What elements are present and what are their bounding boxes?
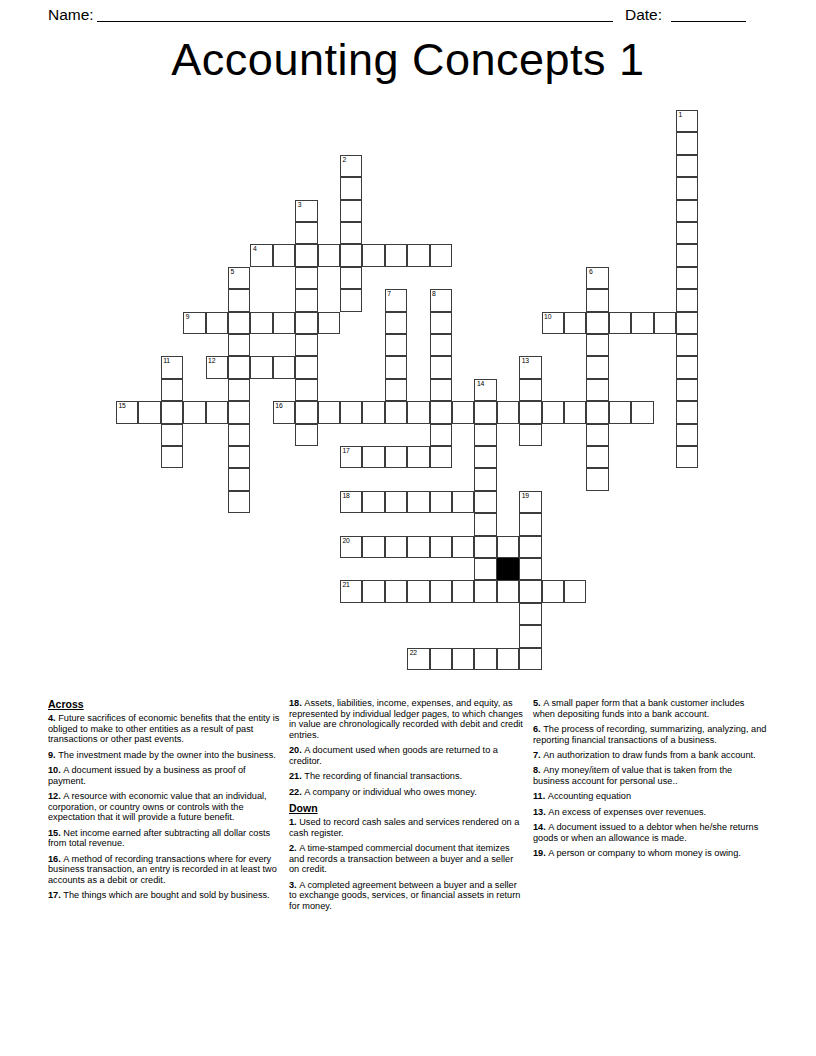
grid-cell[interactable] [586, 446, 608, 468]
clue: 19. A person or company to whom money is… [533, 848, 767, 859]
grid-cell[interactable]: 6 [586, 267, 608, 289]
crossword-grid: 12345678910111213141516171819202122 [116, 110, 699, 670]
clue-text: A document used when goods are returned … [289, 745, 498, 766]
grid-cell[interactable] [362, 491, 384, 513]
grid-cell[interactable] [340, 289, 362, 311]
grid-cell[interactable] [430, 379, 452, 401]
grid-cell[interactable] [676, 244, 698, 266]
grid-cell[interactable] [564, 580, 586, 602]
clue-text: Used to record cash sales and services r… [289, 817, 519, 838]
grid-cell[interactable] [519, 625, 541, 647]
grid-cell[interactable] [430, 401, 452, 423]
grid-cell[interactable] [474, 468, 496, 490]
grid-cell[interactable] [676, 132, 698, 154]
grid-cell[interactable] [676, 334, 698, 356]
clue-column-1: Across4. Future sacrifices of economic b… [48, 698, 282, 906]
grid-cell[interactable] [430, 491, 452, 513]
grid-cell[interactable] [676, 356, 698, 378]
grid-cell[interactable] [385, 379, 407, 401]
grid-cell[interactable] [676, 177, 698, 199]
clue: 14. A document issued to a debtor when h… [533, 822, 767, 843]
clue-number: 1. [289, 817, 299, 827]
grid-cell[interactable] [340, 401, 362, 423]
grid-cell[interactable]: 9 [183, 312, 205, 334]
clue-text: A resource with economic value that an i… [48, 791, 267, 822]
grid-cell[interactable] [430, 244, 452, 266]
grid-cell[interactable] [452, 648, 474, 670]
grid-cell[interactable] [519, 603, 541, 625]
clue-number: 2. [289, 843, 299, 853]
grid-cell[interactable]: 16 [273, 401, 295, 423]
grid-cell[interactable] [676, 401, 698, 423]
date-fill-in-line [671, 21, 746, 22]
grid-cell[interactable]: 18 [340, 491, 362, 513]
clue-text: A person or company to whom money is owi… [548, 848, 741, 858]
grid-cell[interactable] [430, 356, 452, 378]
grid-cell[interactable] [519, 648, 541, 670]
clue-number: 4. [48, 713, 58, 723]
grid-cell[interactable] [474, 558, 496, 580]
cell-number: 2 [343, 156, 347, 164]
clue: 22. A company or individual who owes mon… [289, 787, 523, 798]
grid-cell[interactable] [586, 424, 608, 446]
clue-column-2: 18. Assets, liabilities, income, expense… [289, 698, 523, 916]
clue-number: 11. [533, 791, 548, 801]
clue-text: Assets, liabilities, income, expenses, a… [289, 698, 523, 740]
grid-cell[interactable]: 12 [206, 356, 228, 378]
cell-number: 7 [387, 290, 391, 298]
grid-cell[interactable] [385, 446, 407, 468]
grid-cell[interactable] [340, 244, 362, 266]
clue-text: A method of recording transactions where… [48, 854, 277, 885]
clue: 15. Net income earned after subtracting … [48, 828, 282, 849]
grid-cell[interactable] [407, 401, 429, 423]
grid-cell[interactable] [295, 379, 317, 401]
grid-cell[interactable] [452, 491, 474, 513]
grid-cell[interactable] [161, 446, 183, 468]
grid-cell[interactable] [295, 289, 317, 311]
grid-cell[interactable] [609, 312, 631, 334]
clue: 12. A resource with economic value that … [48, 791, 282, 823]
grid-cell[interactable] [676, 289, 698, 311]
grid-cell[interactable] [586, 289, 608, 311]
grid-cell[interactable] [519, 580, 541, 602]
grid-cell[interactable] [452, 580, 474, 602]
clue: 13. An excess of expenses over revenues. [533, 807, 767, 818]
grid-cell[interactable] [407, 446, 429, 468]
grid-cell[interactable] [676, 267, 698, 289]
grid-cell[interactable]: 1 [676, 110, 698, 132]
grid-cell[interactable] [586, 312, 608, 334]
grid-cell[interactable] [385, 536, 407, 558]
grid-cell[interactable] [452, 536, 474, 558]
grid-cell[interactable] [138, 401, 160, 423]
grid-cell[interactable]: 7 [385, 289, 407, 311]
grid-cell[interactable] [519, 513, 541, 535]
grid-cell[interactable] [407, 244, 429, 266]
cell-number: 1 [679, 111, 683, 119]
grid-cell[interactable] [497, 536, 519, 558]
grid-cell[interactable] [676, 446, 698, 468]
grid-cell[interactable] [295, 424, 317, 446]
grid-cell[interactable] [183, 401, 205, 423]
grid-cell[interactable] [295, 334, 317, 356]
cell-number: 18 [343, 492, 350, 500]
cell-number: 15 [119, 402, 126, 410]
clue-number: 17. [48, 890, 63, 900]
grid-cell[interactable] [676, 312, 698, 334]
grid-cell[interactable] [474, 424, 496, 446]
grid-cell[interactable] [497, 401, 519, 423]
grid-cell[interactable] [564, 401, 586, 423]
clue-text: Future sacrifices of economic benefits t… [48, 713, 279, 744]
clue: 11. Accounting equation [533, 791, 767, 802]
grid-cell[interactable] [340, 222, 362, 244]
clue-number: 21. [289, 771, 304, 781]
grid-cell[interactable] [474, 648, 496, 670]
clue-text: Accounting equation [548, 791, 631, 801]
clue-column-3: 5. A small paper form that a bank custom… [533, 698, 767, 863]
clue-number: 5. [533, 698, 543, 708]
cell-number: 3 [298, 201, 302, 209]
grid-cell[interactable] [542, 401, 564, 423]
grid-cell[interactable] [385, 580, 407, 602]
grid-cell[interactable] [474, 580, 496, 602]
clue: 17. The things which are bought and sold… [48, 890, 282, 901]
grid-cell[interactable] [586, 334, 608, 356]
grid-cell[interactable]: 15 [116, 401, 138, 423]
grid-cell[interactable] [295, 401, 317, 423]
clue-text: A document issued to a debtor when he/sh… [533, 822, 758, 843]
grid-cell[interactable] [228, 424, 250, 446]
grid-cell[interactable] [407, 491, 429, 513]
clue: 10. A document issued by a business as p… [48, 765, 282, 786]
grid-cell[interactable] [519, 536, 541, 558]
grid-cell[interactable] [295, 222, 317, 244]
clue: 4. Future sacrifices of economic benefit… [48, 713, 282, 745]
clue-text: An excess of expenses over revenues. [548, 807, 706, 817]
grid-cell[interactable] [586, 468, 608, 490]
grid-cell[interactable] [430, 424, 452, 446]
clue: 18. Assets, liabilities, income, expense… [289, 698, 523, 741]
grid-cell[interactable] [586, 379, 608, 401]
grid-cell[interactable] [631, 401, 653, 423]
clue: 6. The process of recording, summarizing… [533, 724, 767, 745]
clue-text: The things which are bought and sold by … [63, 890, 269, 900]
cell-number: 12 [208, 357, 215, 365]
clue: 21. The recording of financial transacti… [289, 771, 523, 782]
clue-number: 3. [289, 880, 299, 890]
clue-number: 12. [48, 791, 63, 801]
grid-cell[interactable] [631, 312, 653, 334]
grid-cell[interactable] [385, 244, 407, 266]
clue-number: 19. [533, 848, 548, 858]
clue-text: A completed agreement between a buyer an… [289, 880, 520, 911]
grid-cell[interactable] [250, 356, 272, 378]
clue-number: 7. [533, 750, 543, 760]
grid-cell[interactable] [519, 424, 541, 446]
clue: 1. Used to record cash sales and service… [289, 817, 523, 838]
grid-cell[interactable] [228, 289, 250, 311]
clue-text: Net income earned after subtracting all … [48, 828, 270, 849]
grid-cell[interactable]: 21 [340, 580, 362, 602]
cell-number: 8 [432, 290, 436, 298]
grid-cell[interactable] [318, 312, 340, 334]
grid-cell[interactable] [318, 401, 340, 423]
grid-cell[interactable] [519, 558, 541, 580]
cell-number: 16 [275, 402, 282, 410]
grid-cell[interactable] [586, 356, 608, 378]
grid-cell[interactable] [385, 356, 407, 378]
cell-number: 17 [343, 447, 350, 455]
across-heading: Across [48, 698, 282, 710]
cell-number: 13 [522, 357, 529, 365]
grid-cell[interactable]: 4 [250, 244, 272, 266]
grid-cell[interactable]: 2 [340, 155, 362, 177]
grid-cell[interactable] [385, 312, 407, 334]
grid-cell[interactable] [273, 356, 295, 378]
grid-cell[interactable]: 14 [474, 379, 496, 401]
clue-text: A company or individual who owes money. [304, 787, 476, 797]
date-label: Date: [625, 6, 662, 24]
grid-cell[interactable] [340, 200, 362, 222]
clue: 20. A document used when goods are retur… [289, 745, 523, 766]
name-label: Name: [48, 6, 94, 24]
clue: 9. The investment made by the owner into… [48, 750, 282, 761]
grid-cell[interactable] [228, 468, 250, 490]
grid-cell[interactable] [340, 177, 362, 199]
grid-cell[interactable] [385, 334, 407, 356]
grid-cell[interactable] [676, 155, 698, 177]
grid-cell[interactable]: 22 [407, 648, 429, 670]
clue-number: 18. [289, 698, 304, 708]
name-fill-in-line [97, 21, 613, 22]
grid-cell[interactable] [430, 648, 452, 670]
clue-text: The process of recording, summarizing, a… [533, 724, 766, 745]
grid-cell[interactable] [609, 401, 631, 423]
grid-cell[interactable] [385, 491, 407, 513]
grid-cell[interactable] [497, 648, 519, 670]
clue-text: A document issued by a business as proof… [48, 765, 246, 786]
grid-cell[interactable]: 8 [430, 289, 452, 311]
grid-cell[interactable] [474, 513, 496, 535]
clue-number: 20. [289, 745, 304, 755]
grid-cell[interactable] [228, 401, 250, 423]
grid-cell[interactable]: 17 [340, 446, 362, 468]
grid-cell[interactable] [430, 580, 452, 602]
grid-cell[interactable] [295, 356, 317, 378]
grid-cell[interactable] [340, 267, 362, 289]
grid-cell[interactable]: 20 [340, 536, 362, 558]
grid-cell[interactable] [206, 401, 228, 423]
grid-cell[interactable]: 3 [295, 200, 317, 222]
cell-number: 6 [589, 268, 593, 276]
grid-cell[interactable] [362, 401, 384, 423]
grid-cell[interactable]: 10 [542, 312, 564, 334]
grid-cell[interactable] [228, 312, 250, 334]
clue: 2. A time-stamped commercial document th… [289, 843, 523, 875]
grid-cell[interactable] [318, 244, 340, 266]
grid-cell[interactable] [519, 401, 541, 423]
grid-cell[interactable] [385, 401, 407, 423]
grid-cell[interactable] [407, 536, 429, 558]
cell-number: 5 [231, 268, 235, 276]
clue: 16. A method of recording transactions w… [48, 854, 282, 886]
grid-cell[interactable] [228, 491, 250, 513]
grid-cell[interactable] [430, 446, 452, 468]
grid-cell[interactable] [362, 580, 384, 602]
grid-cell[interactable]: 13 [519, 356, 541, 378]
grid-cell[interactable] [228, 446, 250, 468]
clue-text: An authorization to draw funds from a ba… [543, 750, 755, 760]
grid-cell[interactable] [430, 536, 452, 558]
clue: 5. A small paper form that a bank custom… [533, 698, 767, 719]
grid-cell[interactable] [362, 446, 384, 468]
worksheet-page: Name: Date: Accounting Concepts 1 123456… [0, 0, 816, 1056]
grid-cell[interactable] [586, 401, 608, 423]
grid-cell[interactable] [295, 312, 317, 334]
cell-number: 4 [253, 245, 257, 253]
clue-text: A time-stamped commercial document that … [289, 843, 513, 874]
grid-cell[interactable] [362, 244, 384, 266]
grid-cell[interactable] [407, 580, 429, 602]
grid-cell[interactable] [654, 312, 676, 334]
clue-text: The recording of financial transactions. [304, 771, 462, 781]
clue: 3. A completed agreement between a buyer… [289, 880, 523, 912]
grid-cell[interactable] [452, 401, 474, 423]
black-cell [497, 558, 519, 580]
clue-number: 13. [533, 807, 548, 817]
cell-number: 14 [477, 380, 484, 388]
grid-cell[interactable] [161, 379, 183, 401]
clue-number: 6. [533, 724, 543, 734]
grid-cell[interactable]: 11 [161, 356, 183, 378]
grid-cell[interactable] [474, 491, 496, 513]
cell-number: 21 [343, 581, 350, 589]
down-heading: Down [289, 802, 523, 814]
cell-number: 9 [186, 313, 190, 321]
grid-cell[interactable] [474, 536, 496, 558]
grid-cell[interactable] [474, 446, 496, 468]
grid-cell[interactable] [519, 379, 541, 401]
clue-text: The investment made by the owner into th… [58, 750, 276, 760]
grid-cell[interactable] [295, 244, 317, 266]
cell-number: 10 [544, 313, 551, 321]
clue-number: 8. [533, 765, 543, 775]
clue-text: A small paper form that a bank customer … [533, 698, 744, 719]
grid-cell[interactable] [161, 424, 183, 446]
grid-cell[interactable] [564, 312, 586, 334]
cell-number: 11 [163, 357, 170, 365]
clue-number: 10. [48, 765, 63, 775]
grid-cell[interactable] [295, 267, 317, 289]
grid-cell[interactable] [430, 312, 452, 334]
grid-cell[interactable] [228, 334, 250, 356]
grid-cell[interactable] [676, 379, 698, 401]
page-title: Accounting Concepts 1 [0, 34, 816, 86]
grid-cell[interactable] [676, 424, 698, 446]
clue: 7. An authorization to draw funds from a… [533, 750, 767, 761]
grid-cell[interactable]: 5 [228, 267, 250, 289]
grid-cell[interactable] [542, 580, 564, 602]
grid-cell[interactable] [250, 312, 272, 334]
clue: 8. Any money/item of value that is taken… [533, 765, 767, 786]
grid-cell[interactable] [273, 244, 295, 266]
grid-cell[interactable] [161, 401, 183, 423]
grid-cell[interactable] [362, 536, 384, 558]
grid-cell[interactable] [228, 356, 250, 378]
grid-cell[interactable] [497, 580, 519, 602]
grid-cell[interactable] [273, 312, 295, 334]
grid-cell[interactable] [474, 401, 496, 423]
clue-number: 22. [289, 787, 304, 797]
clue-number: 14. [533, 822, 548, 832]
grid-cell[interactable] [430, 334, 452, 356]
cell-number: 22 [410, 649, 417, 657]
grid-cell[interactable] [228, 379, 250, 401]
clue-text: Any money/item of value that is taken fr… [533, 765, 732, 786]
grid-cell[interactable]: 19 [519, 491, 541, 513]
grid-cell[interactable] [676, 200, 698, 222]
cell-number: 19 [522, 492, 529, 500]
grid-cell[interactable] [206, 312, 228, 334]
clue-number: 16. [48, 854, 63, 864]
clue-number: 15. [48, 828, 63, 838]
cell-number: 20 [343, 537, 350, 545]
clue-number: 9. [48, 750, 58, 760]
grid-cell[interactable] [676, 222, 698, 244]
